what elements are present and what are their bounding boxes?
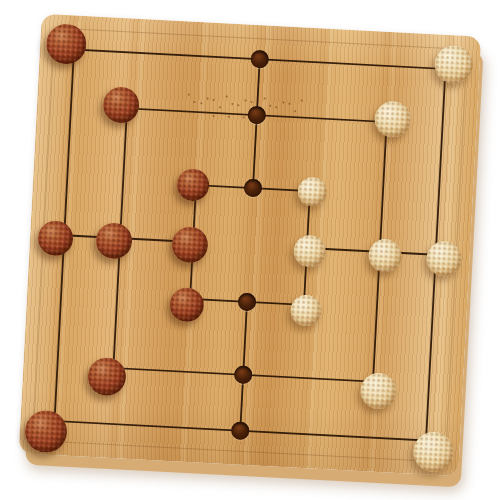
board-lines — [19, 14, 481, 476]
speckle-dot — [227, 116, 229, 118]
speckle-dot — [235, 113, 237, 115]
speckle-dot — [200, 102, 202, 104]
speckle-dot — [269, 105, 271, 107]
speckle-dot — [242, 116, 244, 118]
inner-square-line — [190, 185, 310, 305]
speckle-dot — [225, 96, 227, 98]
speckle-dot — [219, 106, 221, 108]
speckle-dot — [288, 103, 290, 105]
game-board — [19, 14, 481, 476]
middle-square-line — [113, 108, 386, 381]
speckle-dot — [206, 98, 208, 100]
speckle-dot — [263, 97, 265, 99]
speckle-dot — [244, 100, 246, 102]
speckle-dot — [205, 111, 207, 113]
speckle-dot — [282, 101, 284, 103]
product-photo — [0, 0, 500, 500]
speckle-dot — [212, 115, 214, 117]
speckle-dot — [220, 112, 222, 114]
speckle-dot — [188, 94, 190, 96]
speckle-dot — [250, 101, 252, 103]
